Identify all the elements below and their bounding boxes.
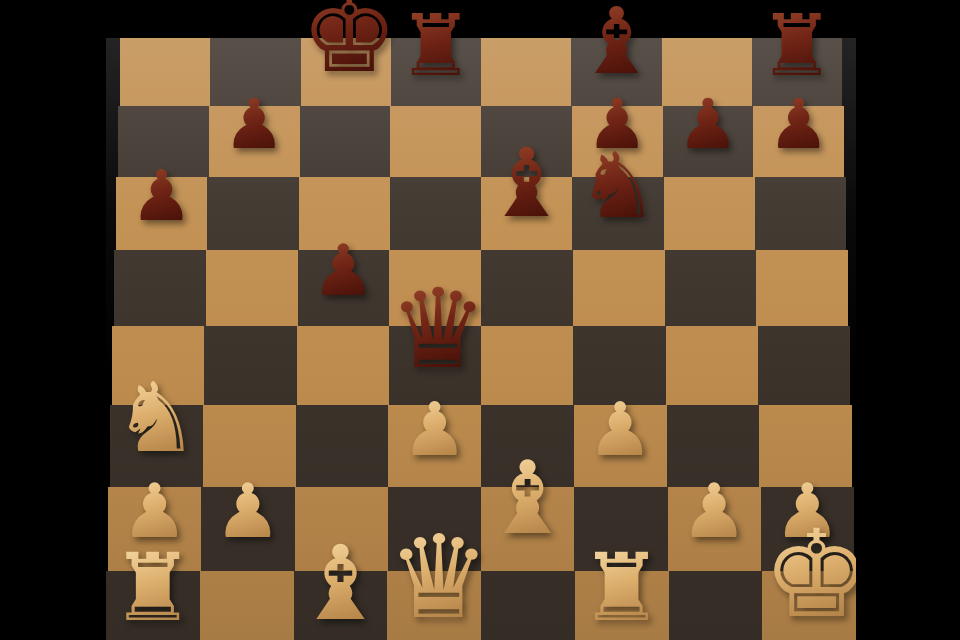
piece-black-pawn-a6[interactable]: ♟ bbox=[116, 161, 207, 231]
piece-black-bishop-e6[interactable]: ♝ bbox=[481, 136, 572, 231]
piece-white-pawn-f3[interactable]: ♟ bbox=[574, 392, 667, 466]
piece-black-pawn-g7[interactable]: ♟ bbox=[663, 90, 754, 159]
square-b4[interactable] bbox=[204, 326, 296, 405]
square-b6[interactable] bbox=[207, 177, 298, 250]
piece-white-rook-a1[interactable]: ♜ bbox=[106, 541, 200, 635]
piece-black-pawn-h7[interactable]: ♟ bbox=[753, 90, 844, 159]
piece-white-queen-d1[interactable]: ♛ bbox=[387, 520, 481, 635]
square-a8[interactable] bbox=[120, 38, 210, 106]
piece-black-knight-f6[interactable]: ♞ bbox=[572, 140, 663, 231]
piece-white-knight-a3[interactable]: ♞ bbox=[110, 370, 203, 466]
square-d7[interactable] bbox=[390, 106, 481, 177]
square-e4[interactable] bbox=[481, 326, 573, 405]
piece-white-pawn-d3[interactable]: ♟ bbox=[388, 392, 481, 466]
piece-black-bishop-f8[interactable]: ♝ bbox=[571, 0, 661, 88]
square-c7[interactable] bbox=[300, 106, 391, 177]
piece-black-queen-d4[interactable]: ♛ bbox=[389, 274, 481, 384]
square-g6[interactable] bbox=[664, 177, 755, 250]
piece-black-rook-d8[interactable]: ♜ bbox=[391, 3, 481, 88]
square-b5[interactable] bbox=[206, 250, 298, 326]
square-c3[interactable] bbox=[296, 405, 389, 487]
piece-white-rook-f1[interactable]: ♜ bbox=[575, 541, 669, 635]
square-a5[interactable] bbox=[114, 250, 206, 326]
square-e8[interactable] bbox=[481, 38, 571, 106]
square-g1[interactable] bbox=[669, 571, 763, 640]
square-f5[interactable] bbox=[573, 250, 665, 326]
piece-black-pawn-c5[interactable]: ♟ bbox=[298, 235, 390, 306]
square-e5[interactable] bbox=[481, 250, 573, 326]
piece-white-bishop-e2[interactable]: ♝ bbox=[481, 448, 574, 549]
piece-white-pawn-b2[interactable]: ♟ bbox=[201, 474, 294, 549]
square-h4[interactable] bbox=[758, 326, 850, 405]
square-g5[interactable] bbox=[665, 250, 757, 326]
square-b1[interactable] bbox=[200, 571, 294, 640]
square-c4[interactable] bbox=[297, 326, 389, 405]
square-d6[interactable] bbox=[390, 177, 481, 250]
square-e1[interactable] bbox=[481, 571, 575, 640]
chess-board: ♚♜♝♜♟♟♟♟♟♝♞♟♛♞♟♟♟♟♝♟♟♜♝♛♜♚ bbox=[106, 38, 856, 640]
piece-white-pawn-g2[interactable]: ♟ bbox=[668, 474, 761, 549]
piece-white-king-h1[interactable]: ♚ bbox=[762, 514, 856, 635]
chess-app: ♚♜♝♜♟♟♟♟♟♝♞♟♛♞♟♟♟♟♝♟♟♜♝♛♜♚ bbox=[0, 0, 960, 640]
square-h5[interactable] bbox=[756, 250, 848, 326]
piece-black-king-c8[interactable]: ♚ bbox=[301, 0, 391, 88]
piece-black-rook-h8[interactable]: ♜ bbox=[752, 3, 842, 88]
square-g4[interactable] bbox=[666, 326, 758, 405]
piece-black-pawn-b7[interactable]: ♟ bbox=[209, 90, 300, 159]
piece-white-bishop-c1[interactable]: ♝ bbox=[294, 532, 388, 635]
square-h6[interactable] bbox=[755, 177, 846, 250]
